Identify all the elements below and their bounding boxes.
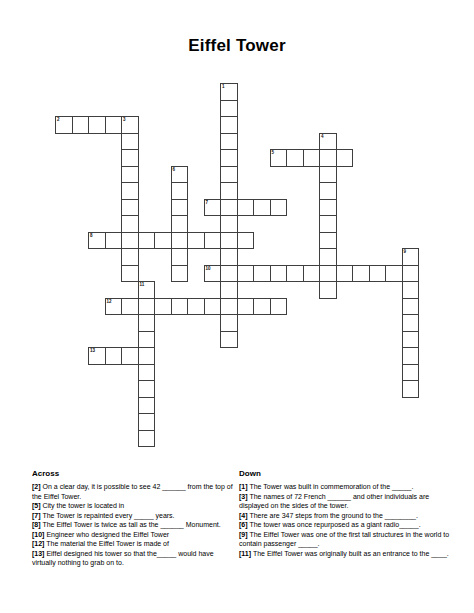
cell-13-9[interactable] [204,298,222,316]
cell-12-10[interactable] [220,281,238,299]
cell-11-4[interactable] [121,265,139,283]
clue-down-1: [1] The Tower was built in commemoration… [239,482,453,492]
cell-6-16[interactable] [319,182,337,200]
cell-4-17[interactable] [336,149,354,167]
clue-number-down-4: [4] [239,512,248,519]
cell-7-16[interactable] [319,199,337,217]
cell-6-4[interactable] [121,182,139,200]
cell-10-4[interactable] [121,248,139,266]
cell-number-11: 11 [140,282,145,287]
cell-number-13: 13 [90,348,95,353]
cell-13-11[interactable] [237,298,255,316]
cell-9-6[interactable] [154,232,172,250]
cell-9-8[interactable] [187,232,205,250]
clue-across-5: [5] City the tower is located in [32,501,236,511]
cell-5-10[interactable] [220,166,238,184]
cell-13-3[interactable]: 12 [105,298,123,316]
cell-8-10[interactable] [220,215,238,233]
cell-16-2[interactable]: 13 [88,347,106,365]
cell-9-16[interactable] [319,232,337,250]
cell-7-4[interactable] [121,199,139,217]
cell-13-12[interactable] [253,298,271,316]
cell-13-21[interactable] [402,298,420,316]
cell-13-4[interactable] [121,298,139,316]
cell-6-7[interactable] [171,182,189,200]
cell-9-10[interactable] [220,232,238,250]
clue-number-across-5: [5] [32,502,41,509]
cell-16-5[interactable] [138,347,156,365]
cell-16-3[interactable] [105,347,123,365]
cell-2-10[interactable] [220,116,238,134]
cell-4-10[interactable] [220,149,238,167]
clue-across-7: [7] The Tower is repainted every _____ y… [32,511,236,521]
cell-1-10[interactable] [220,100,238,118]
cell-21-5[interactable] [138,430,156,448]
cell-11-11[interactable] [237,265,255,283]
cell-10-10[interactable] [220,248,238,266]
cell-11-16[interactable] [319,265,337,283]
cell-number-10: 10 [206,266,211,271]
cell-14-5[interactable] [138,314,156,332]
cell-12-5[interactable]: 11 [138,281,156,299]
cell-3-4[interactable] [121,133,139,151]
clue-across-12: [12] The material the Eiffel Tower is ma… [32,539,236,549]
cell-16-21[interactable] [402,347,420,365]
cell-7-10[interactable] [220,199,238,217]
across-clues-section: Across [2] On a clear day, it is possibl… [32,469,236,568]
cell-11-19[interactable] [369,265,387,283]
down-clues-section: Down [1] The Tower was built in commemor… [239,469,453,558]
cell-13-10[interactable] [220,298,238,316]
cell-16-4[interactable] [121,347,139,365]
cell-4-13[interactable]: 5 [270,149,288,167]
clue-number-across-10: [10] [32,531,44,538]
cell-15-10[interactable] [220,331,238,349]
clue-number-down-11: [11] [239,550,251,557]
cell-number-7: 7 [206,200,209,205]
cell-17-21[interactable] [402,364,420,382]
cell-number-1: 1 [222,84,225,89]
cell-9-5[interactable] [138,232,156,250]
cell-2-4[interactable]: 3 [121,116,139,134]
cell-number-5: 5 [272,150,275,155]
cell-20-5[interactable] [138,413,156,431]
cell-11-18[interactable] [352,265,370,283]
cell-7-12[interactable] [253,199,271,217]
cell-14-10[interactable] [220,314,238,332]
cell-7-9[interactable]: 7 [204,199,222,217]
cell-11-12[interactable] [253,265,271,283]
cell-number-3: 3 [123,117,126,122]
cell-9-4[interactable] [121,232,139,250]
cell-3-10[interactable] [220,133,238,151]
across-clue-list: [2] On a clear day, it is possible to se… [32,482,236,568]
clue-down-6: [6] The tower was once repurposed as a g… [239,520,453,530]
cell-4-15[interactable] [303,149,321,167]
cell-4-4[interactable] [121,149,139,167]
cell-9-9[interactable] [204,232,222,250]
cell-15-5[interactable] [138,331,156,349]
cell-11-13[interactable] [270,265,288,283]
clue-across-2: [2] On a clear day, it is possible to se… [32,482,236,501]
clue-across-10: [10] Engineer who designed the Eiffel To… [32,530,236,540]
cell-number-9: 9 [404,249,407,254]
cell-11-17[interactable] [336,265,354,283]
cell-9-11[interactable] [237,232,255,250]
cell-11-20[interactable] [385,265,403,283]
cell-14-21[interactable] [402,314,420,332]
cell-11-7[interactable] [171,265,189,283]
cell-9-7[interactable] [171,232,189,250]
cell-13-5[interactable] [138,298,156,316]
clue-down-3: [3] The names of 72 French ______ and ot… [239,492,453,511]
cell-12-21[interactable] [402,281,420,299]
clue-down-9: [9] The Eiffel Tower was one of the firs… [239,530,453,549]
cell-2-0[interactable]: 2 [55,116,73,134]
crossword-grid: 12345678910111213 [55,83,418,446]
clue-number-across-7: [7] [32,512,41,519]
cell-11-9[interactable]: 10 [204,265,222,283]
cell-4-14[interactable] [286,149,304,167]
cell-11-10[interactable] [220,265,238,283]
cell-13-6[interactable] [154,298,172,316]
cell-10-7[interactable] [171,248,189,266]
clue-number-down-6: [6] [239,521,248,528]
cell-7-7[interactable] [171,199,189,217]
cell-19-5[interactable] [138,397,156,415]
cell-number-8: 8 [90,233,93,238]
cell-5-7[interactable]: 6 [171,166,189,184]
cell-11-15[interactable] [303,265,321,283]
clue-number-down-9: [9] [239,531,248,538]
down-heading: Down [239,469,453,478]
cell-number-4: 4 [321,134,324,139]
cell-2-3[interactable] [105,116,123,134]
clue-number-across-2: [2] [32,483,41,490]
cell-8-4[interactable] [121,215,139,233]
cell-2-2[interactable] [88,116,106,134]
cell-13-7[interactable] [171,298,189,316]
cell-5-16[interactable] [319,166,337,184]
puzzle-page: Eiffel Tower 12345678910111213 Across [2… [0,0,474,613]
cell-8-7[interactable] [171,215,189,233]
clue-number-across-8: [8] [32,521,41,528]
cell-7-11[interactable] [237,199,255,217]
cell-4-16[interactable] [319,149,337,167]
clue-number-down-3: [3] [239,493,248,500]
clue-down-11: [11] The Eiffel Tower was originally bui… [239,549,453,559]
cell-number-2: 2 [57,117,60,122]
cell-number-6: 6 [173,167,176,172]
cell-8-16[interactable] [319,215,337,233]
cell-15-21[interactable] [402,331,420,349]
cell-5-4[interactable] [121,166,139,184]
cell-12-16[interactable] [319,281,337,299]
cell-10-21[interactable]: 9 [402,248,420,266]
puzzle-title: Eiffel Tower [0,36,474,56]
cell-0-10[interactable]: 1 [220,83,238,101]
cell-11-14[interactable] [286,265,304,283]
clue-across-13: [13] Eiffel designed his tower so that t… [32,549,236,568]
cell-2-1[interactable] [72,116,90,134]
cell-18-21[interactable] [402,380,420,398]
cell-3-16[interactable]: 4 [319,133,337,151]
cell-9-3[interactable] [105,232,123,250]
cell-number-12: 12 [107,299,112,304]
clue-number-down-1: [1] [239,483,248,490]
cell-18-5[interactable] [138,380,156,398]
clue-number-across-12: [12] [32,540,44,547]
cell-13-8[interactable] [187,298,205,316]
cell-10-16[interactable] [319,248,337,266]
cell-17-5[interactable] [138,364,156,382]
cell-6-10[interactable] [220,182,238,200]
cell-9-2[interactable]: 8 [88,232,106,250]
down-clue-list: [1] The Tower was built in commemoration… [239,482,453,558]
clue-down-4: [4] There are 347 steps from the ground … [239,511,453,521]
cell-11-21[interactable] [402,265,420,283]
cell-13-13[interactable] [270,298,288,316]
clue-across-8: [8] The Eiffel Tower is twice as tall as… [32,520,236,530]
cell-7-13[interactable] [270,199,288,217]
across-heading: Across [32,469,236,478]
clue-number-across-13: [13] [32,550,44,557]
